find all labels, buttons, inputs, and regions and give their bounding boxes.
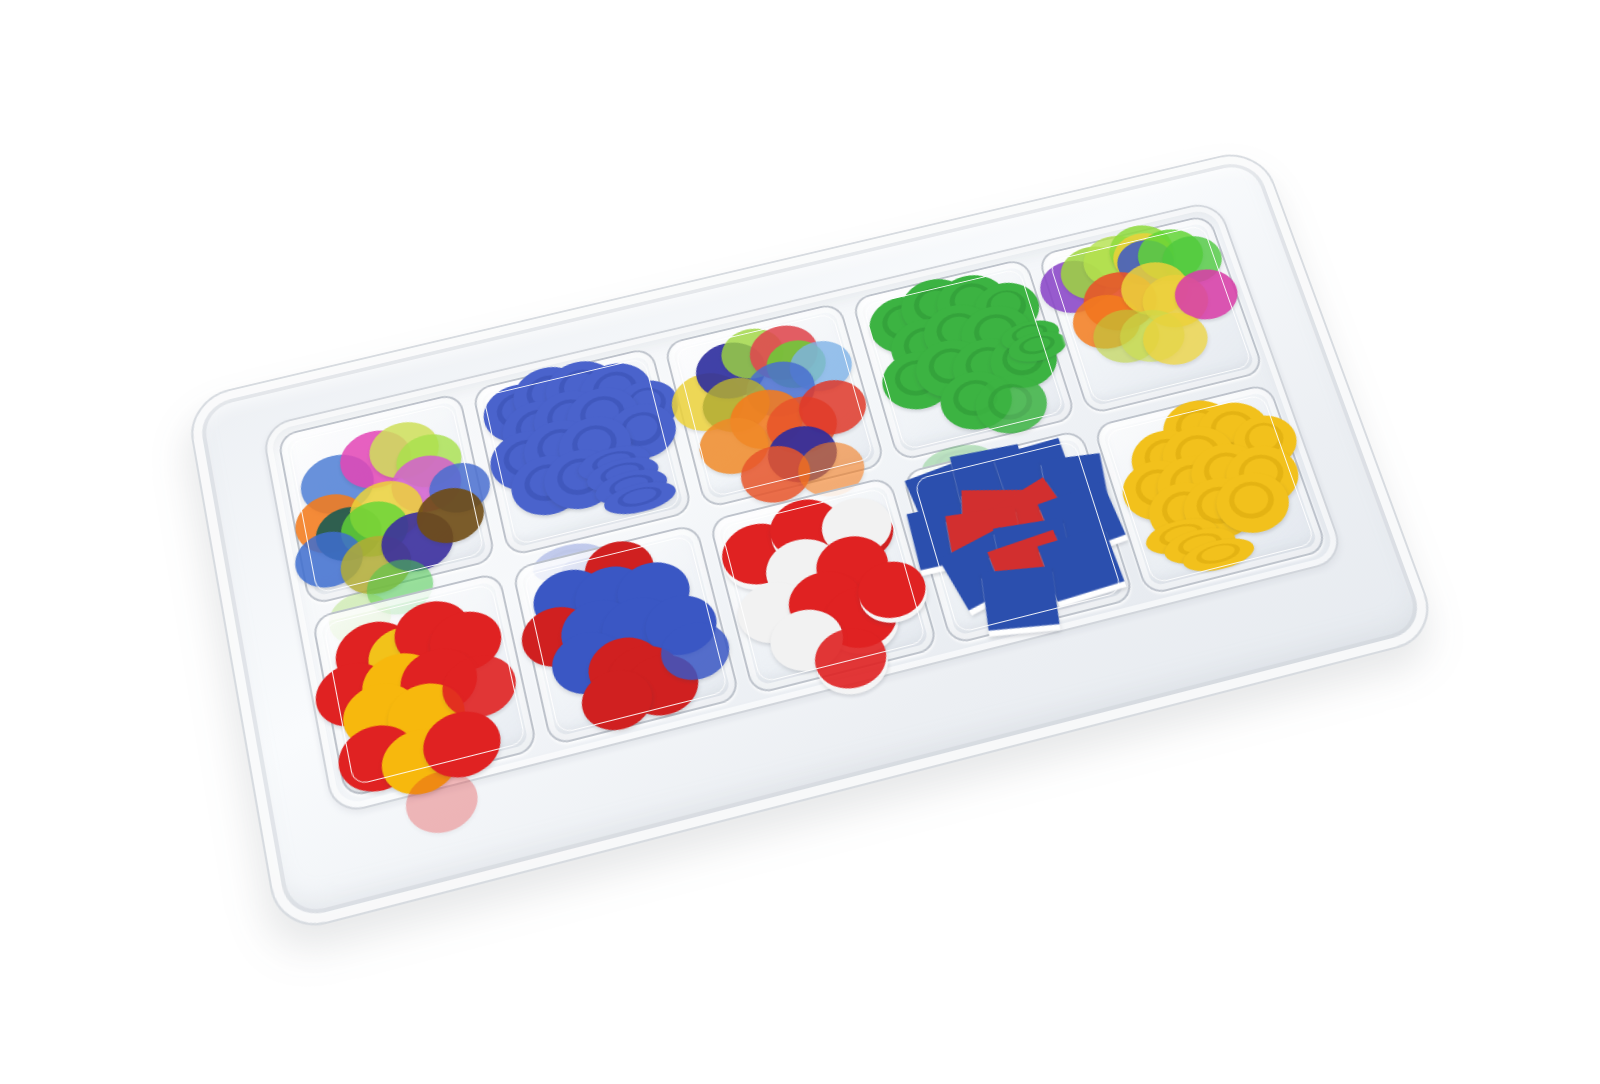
translucent-counter: ● xyxy=(362,487,470,584)
compartment-r1c4-green-stacking-chips: ●●●●●●●●●●●●●●●●●●●●●●●●●●●●●●●●●●●●●●●●… xyxy=(851,257,1077,461)
yellow-chip: ●●● xyxy=(1192,449,1309,546)
translucent-counter: ● xyxy=(703,308,799,389)
red-yellow-counter: ● xyxy=(387,746,495,846)
blue-chip: ●●● xyxy=(524,425,635,522)
red-yellow-counter: ● xyxy=(380,622,495,727)
translucent-counter: ● xyxy=(1099,240,1206,327)
blue-red-counter: ● xyxy=(554,541,667,641)
translucent-counter: ● xyxy=(1039,225,1146,312)
green-chip: ●●● xyxy=(931,315,1043,408)
tray-inset: ●●●●●●●●●●●●●●●●●●●●●●●●●●●●●●●●●●●●●●●●… xyxy=(261,199,1347,816)
green-chip: ●●● xyxy=(860,328,972,422)
translucent-counter: ● xyxy=(708,365,821,462)
translucent-counter: ● xyxy=(379,412,477,498)
yellow-chip: ●●● xyxy=(1108,406,1223,502)
blue-red-counter: ● xyxy=(625,571,734,668)
yellow-chip: ●●● xyxy=(1139,402,1254,498)
blue-red-counter: ● xyxy=(606,630,716,729)
square-tile: ■ xyxy=(968,460,1088,570)
blue-chip: ●●● xyxy=(464,360,573,455)
translucent-counter: ● xyxy=(277,470,384,566)
blue-chip: ●●● xyxy=(579,452,682,514)
translucent-counter: ● xyxy=(399,465,500,555)
compartment-r2c5-yellow-stacking-chips: ●●●●●●●●●●●●●●●●●●●●●●●●●●●●●●●●●●●●●●●●… xyxy=(1092,383,1328,596)
translucent-counter: ● xyxy=(683,355,787,443)
red-white-counter: ● xyxy=(794,604,905,702)
translucent-counter: ● xyxy=(1052,273,1160,361)
yellow-chip: ●●● xyxy=(1166,523,1270,582)
blue-red-counter: ● xyxy=(641,599,746,693)
translucent-counter: ● xyxy=(746,373,855,466)
translucent-counter: ● xyxy=(1060,248,1177,343)
blister-tray: ●●●●●●●●●●●●●●●●●●●●●●●●●●●●●●●●●●●●●●●●… xyxy=(185,146,1442,936)
blue-chip: ●●● xyxy=(588,466,690,524)
translucent-counter: ● xyxy=(299,484,397,572)
green-chip: ●●● xyxy=(915,252,1026,343)
yellow-chip: ●●● xyxy=(1213,394,1314,478)
compartment-r2c1-red-and-yellow-counters: ●●●●●●●●●●●●●● xyxy=(311,571,538,798)
translucent-counter: ● xyxy=(1099,221,1190,294)
square-tile: ■ xyxy=(979,502,1085,591)
red-white-counter: ● xyxy=(767,546,882,647)
green-chip: ●●● xyxy=(954,261,1056,345)
yellow-chip: ●●● xyxy=(1174,378,1289,473)
green-chip: ●●● xyxy=(902,282,1013,374)
red-yellow-counter: ● xyxy=(411,588,519,686)
translucent-counter: ● xyxy=(1099,288,1202,372)
blue-red-counter: ● xyxy=(581,572,695,673)
translucent-counter: ● xyxy=(322,407,428,501)
blue-chip: ●●● xyxy=(562,429,664,490)
red-yellow-counter: ● xyxy=(367,656,483,762)
square-tile: ■ xyxy=(972,513,1087,614)
translucent-counter: ● xyxy=(351,399,455,491)
compartment-r1c5-mixed-translucent-counters: ●●●●●●●●●●●●●●●● xyxy=(1037,214,1265,415)
red-yellow-counter: ● xyxy=(323,657,436,761)
yellow-chip: ●●● xyxy=(1125,458,1241,556)
translucent-counter: ● xyxy=(373,433,478,526)
translucent-counter: ● xyxy=(726,339,832,429)
blue-chip: ●●● xyxy=(514,367,624,462)
translucent-counter: ● xyxy=(1117,208,1221,292)
red-white-counter: ● xyxy=(700,498,814,597)
blue-red-counter: ● xyxy=(568,613,680,714)
green-chip: ●●● xyxy=(894,317,1006,410)
translucent-counter: ● xyxy=(749,321,841,399)
compartment-r2c2-blue-red-two-colour-counters: ●●●●●●●●●●●●●● xyxy=(511,523,741,747)
square-tile: ■ xyxy=(922,510,1042,619)
red-yellow-counter: ● xyxy=(342,626,457,731)
translucent-counter: ● xyxy=(278,508,379,599)
yellow-chip: ●●● xyxy=(1202,422,1318,519)
blue-chip: ●●● xyxy=(471,407,581,503)
blue-chip: ●●● xyxy=(526,337,635,431)
red-yellow-counter: ● xyxy=(315,595,432,701)
translucent-counter: ● xyxy=(1154,248,1255,329)
translucent-counter: ● xyxy=(1143,217,1238,294)
red-yellow-counter: ● xyxy=(423,630,534,731)
square-tile: ■ xyxy=(969,551,1072,635)
yellow-chip: ●●● xyxy=(1160,453,1277,551)
translucent-counter: ● xyxy=(1121,253,1226,338)
blue-red-counter: ● xyxy=(540,574,656,678)
blue-chip: ●●● xyxy=(547,364,657,459)
blue-red-counter: ● xyxy=(562,646,670,743)
translucent-counter: ● xyxy=(730,303,836,392)
blue-chip: ●●● xyxy=(491,431,602,528)
blue-chip: ●●● xyxy=(494,343,603,437)
compartment-r1c1-mixed-translucent-counters: ●●●●●●●●●●●●●●●● xyxy=(277,392,497,606)
red-yellow-counter: ● xyxy=(402,684,519,791)
green-chip: ●●● xyxy=(918,348,1031,442)
red-yellow-counter: ● xyxy=(296,637,409,741)
red-yellow-counter: ● xyxy=(374,575,489,679)
translucent-counter: ● xyxy=(676,320,784,411)
red-yellow-counter: ● xyxy=(318,697,434,805)
red-yellow-counter: ● xyxy=(362,703,476,809)
red-yellow-counter: ● xyxy=(350,603,458,701)
square-tile: ■ xyxy=(932,491,1037,578)
red-white-counter: ● xyxy=(801,475,910,569)
red-white-counter: ● xyxy=(744,513,861,615)
green-chip: ●●● xyxy=(848,273,959,365)
translucent-counter: ● xyxy=(771,320,868,401)
yellow-chip: ●●● xyxy=(1099,436,1215,533)
translucent-counter: ● xyxy=(1072,288,1178,374)
red-white-counter: ● xyxy=(803,562,916,661)
blue-red-counter: ● xyxy=(597,537,708,635)
translucent-counter: ● xyxy=(680,396,787,488)
red-white-counter: ● xyxy=(795,512,907,609)
translucent-counter: ● xyxy=(1093,212,1190,291)
yellow-chip: ●●● xyxy=(1134,431,1250,528)
blue-red-counter: ● xyxy=(587,621,699,722)
translucent-counter: ● xyxy=(779,358,884,446)
square-tile: ■ xyxy=(950,476,1045,551)
green-chip: ●●● xyxy=(939,283,1051,375)
blue-chip: ●●● xyxy=(560,339,669,433)
blue-red-counter: ● xyxy=(532,607,644,707)
blue-red-counter: ● xyxy=(513,544,626,644)
product-photo-scene: ●●●●●●●●●●●●●●●●●●●●●●●●●●●●●●●●●●●●●●●●… xyxy=(0,0,1600,1084)
compartment-r2c3-red-white-two-colour-counters: ●●●●●●●●●●● xyxy=(708,476,940,696)
compartment-r1c2-blue-stacking-chips: ●●●●●●●●●●●●●●●●●●●●●●●●●●●●●●●●●●●●●●●●… xyxy=(471,347,693,558)
blue-chip: ●●● xyxy=(571,441,674,503)
yellow-chip: ●●● xyxy=(1167,420,1283,516)
tray-grid: ●●●●●●●●●●●●●●●●●●●●●●●●●●●●●●●●●●●●●●●●… xyxy=(277,214,1329,799)
square-tile: ■ xyxy=(1021,509,1135,608)
translucent-counter: ● xyxy=(1062,214,1166,298)
red-white-counter: ● xyxy=(717,558,829,657)
blue-chip: ●●● xyxy=(539,393,649,489)
yellow-chip: ●●● xyxy=(1128,501,1233,564)
translucent-counter: ● xyxy=(1089,205,1191,287)
translucent-counter: ● xyxy=(330,456,440,554)
translucent-counter: ● xyxy=(747,403,854,495)
red-white-counter: ● xyxy=(749,584,862,684)
compartment-r1c3-mixed-translucent-counters: ●●●●●●●●●●●●●●● xyxy=(662,302,886,510)
yellow-chip: ●●● xyxy=(1147,511,1252,574)
green-chip: ●●● xyxy=(869,296,980,389)
blue-chip: ●●● xyxy=(504,396,614,492)
translucent-counter: ● xyxy=(323,478,424,568)
compartment-r2c4-blue-red-square-tiles: ■■■■■■■■■■■■■■ xyxy=(901,429,1135,646)
translucent-counter: ● xyxy=(282,430,391,527)
green-chip: ●●● xyxy=(880,256,991,347)
translucent-counter: ● xyxy=(1122,291,1226,376)
blue-chip: ●●● xyxy=(483,377,592,472)
green-chip: ●●● xyxy=(953,351,1066,445)
